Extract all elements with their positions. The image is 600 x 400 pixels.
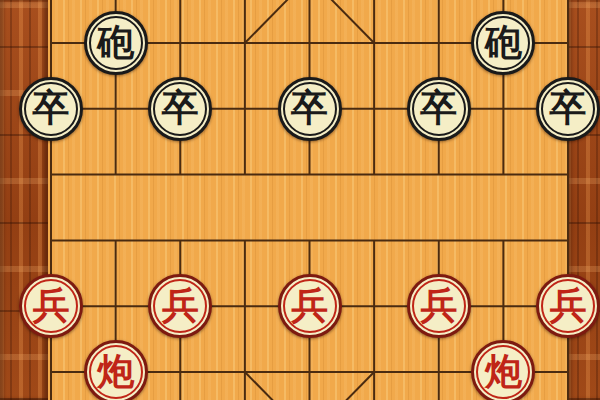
piece-red-soldier[interactable]: 兵 [148,274,212,338]
piece-red-soldier[interactable]: 兵 [407,274,471,338]
piece-glyph: 卒 [162,89,199,126]
piece-red-cannon[interactable]: 炮 [471,340,535,400]
piece-glyph: 卒 [291,89,328,126]
piece-black-soldier[interactable]: 卒 [19,77,83,141]
piece-glyph: 卒 [550,89,587,126]
piece-glyph: 兵 [291,287,328,324]
piece-glyph: 炮 [485,353,522,390]
piece-glyph: 兵 [162,287,199,324]
piece-glyph: 卒 [33,89,70,126]
piece-glyph: 兵 [420,287,457,324]
piece-glyph: 砲 [485,24,522,61]
piece-glyph: 炮 [97,353,134,390]
piece-red-soldier[interactable]: 兵 [278,274,342,338]
piece-black-soldier[interactable]: 卒 [536,77,600,141]
piece-red-cannon[interactable]: 炮 [84,340,148,400]
piece-black-soldier[interactable]: 卒 [278,77,342,141]
piece-black-cannon[interactable]: 砲 [84,11,148,75]
piece-red-soldier[interactable]: 兵 [536,274,600,338]
xiangqi-app: 砲砲卒卒卒卒卒兵兵兵兵兵炮炮 [0,0,600,400]
piece-glyph: 兵 [33,287,70,324]
piece-glyph: 砲 [97,24,134,61]
piece-glyph: 卒 [420,89,457,126]
piece-red-soldier[interactable]: 兵 [19,274,83,338]
piece-black-soldier[interactable]: 卒 [407,77,471,141]
piece-black-soldier[interactable]: 卒 [148,77,212,141]
piece-black-cannon[interactable]: 砲 [471,11,535,75]
piece-glyph: 兵 [550,287,587,324]
